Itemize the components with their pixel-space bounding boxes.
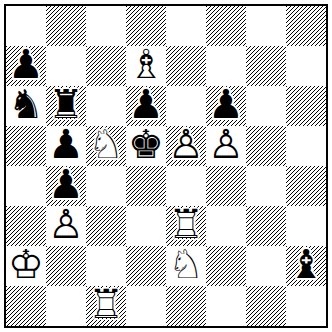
- square-b8[interactable]: [46, 6, 86, 46]
- piece-black-pawn[interactable]: ♟♟: [6, 46, 46, 86]
- square-e2[interactable]: ♞♘: [166, 246, 206, 286]
- square-a1[interactable]: [6, 286, 46, 326]
- piece-white-pawn[interactable]: ♟♙: [206, 126, 246, 166]
- square-c8[interactable]: [86, 6, 126, 46]
- square-f6[interactable]: ♟♟: [206, 86, 246, 126]
- square-g2[interactable]: [246, 246, 286, 286]
- piece-black-king[interactable]: ♚♚: [126, 126, 166, 166]
- piece-glyph: ♟: [128, 86, 164, 124]
- piece-glyph: ♔: [8, 246, 44, 284]
- square-f7[interactable]: [206, 46, 246, 86]
- square-a2[interactable]: ♚♔: [6, 246, 46, 286]
- square-g1[interactable]: [246, 286, 286, 326]
- piece-glyph: ♜: [48, 86, 84, 124]
- square-e3[interactable]: ♜♖: [166, 206, 206, 246]
- piece-black-knight[interactable]: ♞♞: [6, 86, 46, 126]
- square-d5[interactable]: ♚♚: [126, 126, 166, 166]
- piece-glyph: ♞: [8, 86, 44, 124]
- piece-white-pawn[interactable]: ♟♙: [46, 206, 86, 246]
- square-e5[interactable]: ♟♙: [166, 126, 206, 166]
- piece-glyph: ♟: [48, 166, 84, 204]
- square-h1[interactable]: [286, 286, 326, 326]
- piece-white-rook[interactable]: ♜♖: [86, 286, 126, 326]
- piece-black-pawn[interactable]: ♟♟: [206, 86, 246, 126]
- piece-white-king[interactable]: ♚♔: [6, 246, 46, 286]
- piece-glyph: ♙: [208, 126, 244, 164]
- square-b5[interactable]: ♟♟: [46, 126, 86, 166]
- square-d7[interactable]: ♝♗: [126, 46, 166, 86]
- diagram-frame: ♟♟♝♗♞♞♜♜♟♟♟♟♟♟♞♘♚♚♟♙♟♙♟♟♟♙♜♖♚♔♞♘♝♝♜♖: [0, 0, 332, 332]
- square-b3[interactable]: ♟♙: [46, 206, 86, 246]
- square-c1[interactable]: ♜♖: [86, 286, 126, 326]
- square-h6[interactable]: [286, 86, 326, 126]
- square-h5[interactable]: [286, 126, 326, 166]
- square-g3[interactable]: [246, 206, 286, 246]
- square-d2[interactable]: [126, 246, 166, 286]
- piece-glyph: ♟: [8, 46, 44, 84]
- piece-glyph: ♖: [88, 286, 124, 324]
- piece-glyph: ♟: [208, 86, 244, 124]
- piece-black-pawn[interactable]: ♟♟: [46, 126, 86, 166]
- square-g7[interactable]: [246, 46, 286, 86]
- square-e1[interactable]: [166, 286, 206, 326]
- square-g5[interactable]: [246, 126, 286, 166]
- square-d6[interactable]: ♟♟: [126, 86, 166, 126]
- piece-glyph: ♘: [88, 126, 124, 164]
- square-b2[interactable]: [46, 246, 86, 286]
- square-h7[interactable]: [286, 46, 326, 86]
- piece-black-pawn[interactable]: ♟♟: [126, 86, 166, 126]
- square-a4[interactable]: [6, 166, 46, 206]
- piece-black-rook[interactable]: ♜♜: [46, 86, 86, 126]
- piece-glyph: ♝: [288, 246, 324, 284]
- piece-glyph: ♗: [128, 46, 164, 84]
- square-h2[interactable]: ♝♝: [286, 246, 326, 286]
- square-f8[interactable]: [206, 6, 246, 46]
- square-b7[interactable]: [46, 46, 86, 86]
- piece-glyph: ♟: [48, 126, 84, 164]
- square-b1[interactable]: [46, 286, 86, 326]
- chess-board: ♟♟♝♗♞♞♜♜♟♟♟♟♟♟♞♘♚♚♟♙♟♙♟♟♟♙♜♖♚♔♞♘♝♝♜♖: [4, 4, 328, 328]
- square-f2[interactable]: [206, 246, 246, 286]
- square-d4[interactable]: [126, 166, 166, 206]
- piece-white-bishop[interactable]: ♝♗: [126, 46, 166, 86]
- square-f1[interactable]: [206, 286, 246, 326]
- piece-glyph: ♙: [168, 126, 204, 164]
- square-f3[interactable]: [206, 206, 246, 246]
- square-a5[interactable]: [6, 126, 46, 166]
- piece-glyph: ♚: [128, 126, 164, 164]
- square-h8[interactable]: [286, 6, 326, 46]
- square-a6[interactable]: ♞♞: [6, 86, 46, 126]
- piece-glyph: ♙: [48, 206, 84, 244]
- piece-white-knight[interactable]: ♞♘: [86, 126, 126, 166]
- square-d1[interactable]: [126, 286, 166, 326]
- square-g6[interactable]: [246, 86, 286, 126]
- square-a3[interactable]: [6, 206, 46, 246]
- square-e4[interactable]: [166, 166, 206, 206]
- square-h4[interactable]: [286, 166, 326, 206]
- piece-white-pawn[interactable]: ♟♙: [166, 126, 206, 166]
- piece-black-pawn[interactable]: ♟♟: [46, 166, 86, 206]
- square-f5[interactable]: ♟♙: [206, 126, 246, 166]
- piece-white-knight[interactable]: ♞♘: [166, 246, 206, 286]
- square-c3[interactable]: [86, 206, 126, 246]
- square-d8[interactable]: [126, 6, 166, 46]
- piece-glyph: ♖: [168, 206, 204, 244]
- square-g4[interactable]: [246, 166, 286, 206]
- square-a7[interactable]: ♟♟: [6, 46, 46, 86]
- piece-black-bishop[interactable]: ♝♝: [286, 246, 326, 286]
- square-f4[interactable]: [206, 166, 246, 206]
- square-c7[interactable]: [86, 46, 126, 86]
- square-b6[interactable]: ♜♜: [46, 86, 86, 126]
- square-b4[interactable]: ♟♟: [46, 166, 86, 206]
- square-c5[interactable]: ♞♘: [86, 126, 126, 166]
- square-d3[interactable]: [126, 206, 166, 246]
- square-c2[interactable]: [86, 246, 126, 286]
- square-c6[interactable]: [86, 86, 126, 126]
- square-h3[interactable]: [286, 206, 326, 246]
- square-a8[interactable]: [6, 6, 46, 46]
- square-c4[interactable]: [86, 166, 126, 206]
- piece-glyph: ♘: [168, 246, 204, 284]
- square-e7[interactable]: [166, 46, 206, 86]
- square-g8[interactable]: [246, 6, 286, 46]
- piece-white-rook[interactable]: ♜♖: [166, 206, 206, 246]
- square-e6[interactable]: [166, 86, 206, 126]
- square-e8[interactable]: [166, 6, 206, 46]
